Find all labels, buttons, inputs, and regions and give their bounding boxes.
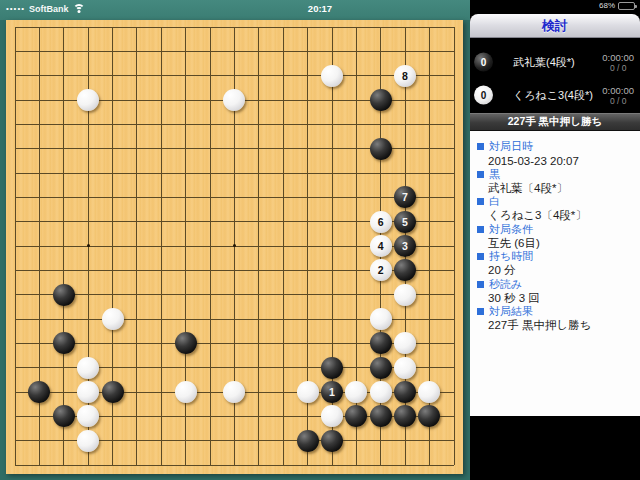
stone-black[interactable]: [370, 89, 392, 111]
black-captures: 0: [481, 57, 487, 68]
result-bar: 227手 黒中押し勝ち: [470, 113, 640, 131]
stone-white[interactable]: [345, 381, 367, 403]
review-panel: 68% 検討 0 武礼葉(4段*) 0:00:00 0 / 0 0 くろねこ3(…: [470, 0, 640, 480]
move-number: 6: [370, 211, 392, 233]
stone-black[interactable]: [370, 332, 392, 354]
stone-white[interactable]: [297, 381, 319, 403]
stone-white[interactable]: [223, 89, 245, 111]
stone-white[interactable]: [77, 381, 99, 403]
stone-black[interactable]: [370, 357, 392, 379]
player-row-black[interactable]: 0 武礼葉(4段*) 0:00:00 0 / 0: [470, 46, 640, 78]
stone-white[interactable]: [102, 308, 124, 330]
game-info-list: 対局日時 2015-03-23 20:07 黒 武礼葉〔4段*〕 白 くろねこ3…: [470, 131, 640, 416]
bullet-icon: [477, 253, 484, 260]
move-number: 4: [370, 235, 392, 257]
info-label: 対局日時: [489, 139, 533, 154]
stone-white[interactable]: [370, 308, 392, 330]
battery-group: 68%: [599, 0, 635, 11]
stone-white[interactable]: [321, 65, 343, 87]
info-value: くろねこ3〔4段*〕: [470, 209, 640, 223]
stone-black[interactable]: 1: [321, 381, 343, 403]
move-number: 2: [370, 259, 392, 281]
info-item-byoyomi: 秒読み 30 秒 3 回: [470, 278, 640, 306]
black-player-times: 0:00:00 0 / 0: [602, 52, 634, 73]
go-board[interactable]: 87654321: [6, 20, 463, 474]
stone-black[interactable]: [418, 405, 440, 427]
stone-black[interactable]: [394, 381, 416, 403]
carrier-label: SoftBank: [29, 4, 69, 14]
stone-white[interactable]: [394, 357, 416, 379]
stone-white[interactable]: [77, 89, 99, 111]
board-frame: 87654321: [0, 20, 470, 480]
review-title: 検討: [542, 17, 568, 35]
stone-black[interactable]: [321, 430, 343, 452]
wifi-icon: [73, 4, 86, 15]
stone-white[interactable]: [77, 357, 99, 379]
info-value: 227手 黒中押し勝ち: [470, 319, 640, 333]
info-item-conditions: 対局条件 互先 (6目): [470, 223, 640, 251]
black-periods: 0 / 0: [602, 63, 634, 73]
info-item-white: 白 くろねこ3〔4段*〕: [470, 195, 640, 223]
stone-black[interactable]: [345, 405, 367, 427]
stone-white[interactable]: [77, 430, 99, 452]
stone-black[interactable]: 7: [394, 186, 416, 208]
stone-white[interactable]: 4: [370, 235, 392, 257]
stones-layer: 87654321: [3, 15, 466, 477]
stone-white[interactable]: 8: [394, 65, 416, 87]
stone-white[interactable]: [418, 381, 440, 403]
move-number: 8: [394, 65, 416, 87]
stone-black[interactable]: [394, 405, 416, 427]
info-item-date: 対局日時 2015-03-23 20:07: [470, 140, 640, 168]
stone-white[interactable]: [223, 381, 245, 403]
stone-black[interactable]: [102, 381, 124, 403]
panel-header: 検討: [470, 14, 640, 38]
white-captures: 0: [481, 90, 487, 101]
white-clock: 0:00:00: [602, 85, 634, 96]
move-number: 7: [394, 186, 416, 208]
white-player-times: 0:00:00 0 / 0: [602, 85, 634, 106]
black-clock: 0:00:00: [602, 52, 634, 63]
move-number: 5: [394, 211, 416, 233]
white-periods: 0 / 0: [602, 96, 634, 106]
battery-icon: [618, 2, 635, 10]
black-player-name: 武礼葉(4段*): [513, 55, 575, 70]
stone-black[interactable]: [28, 381, 50, 403]
stone-white[interactable]: 2: [370, 259, 392, 281]
move-number: 1: [321, 381, 343, 403]
info-item-main-time: 持ち時間 20 分: [470, 250, 640, 278]
white-stone-icon: 0: [474, 86, 493, 105]
playback-controls: A 手 順 再検討 形 勢 終 了: [470, 416, 640, 480]
stone-black[interactable]: [175, 332, 197, 354]
info-value: 2015-03-23 20:07: [470, 154, 640, 168]
bullet-icon: [477, 143, 484, 150]
stone-black[interactable]: [370, 138, 392, 160]
info-item-black: 黒 武礼葉〔4段*〕: [470, 168, 640, 196]
stone-black[interactable]: [297, 430, 319, 452]
stone-black[interactable]: [394, 259, 416, 281]
white-player-name: くろねこ3(4段*): [513, 88, 593, 103]
player-row-white[interactable]: 0 くろねこ3(4段*) 0:00:00 0 / 0: [470, 79, 640, 111]
info-value: 20 分: [470, 264, 640, 278]
info-value: 互先 (6目): [470, 236, 640, 250]
stone-white[interactable]: [321, 405, 343, 427]
stone-black[interactable]: 5: [394, 211, 416, 233]
black-stone-icon: 0: [474, 53, 493, 72]
stone-black[interactable]: [53, 332, 75, 354]
app-screen: ••••• SoftBank 20:17 87654321 68% 検討 0 武…: [0, 0, 640, 480]
stone-black[interactable]: [321, 357, 343, 379]
stone-white[interactable]: 6: [370, 211, 392, 233]
battery-percent: 68%: [599, 1, 615, 10]
bullet-icon: [477, 281, 484, 288]
bullet-icon: [477, 198, 484, 205]
move-number: 3: [394, 235, 416, 257]
info-item-result: 対局結果 227手 黒中押し勝ち: [470, 305, 640, 333]
info-value: 武礼葉〔4段*〕: [470, 181, 640, 195]
stone-white[interactable]: [394, 284, 416, 306]
bullet-icon: [477, 171, 484, 178]
bullet-icon: [477, 308, 484, 315]
stone-black[interactable]: [53, 405, 75, 427]
stone-black[interactable]: [53, 284, 75, 306]
stone-black[interactable]: 3: [394, 235, 416, 257]
stone-white[interactable]: [394, 332, 416, 354]
bullet-icon: [477, 226, 484, 233]
info-value: 30 秒 3 回: [470, 291, 640, 305]
stone-black[interactable]: [370, 405, 392, 427]
stone-white[interactable]: [175, 381, 197, 403]
stone-white[interactable]: [77, 405, 99, 427]
stone-white[interactable]: [370, 381, 392, 403]
